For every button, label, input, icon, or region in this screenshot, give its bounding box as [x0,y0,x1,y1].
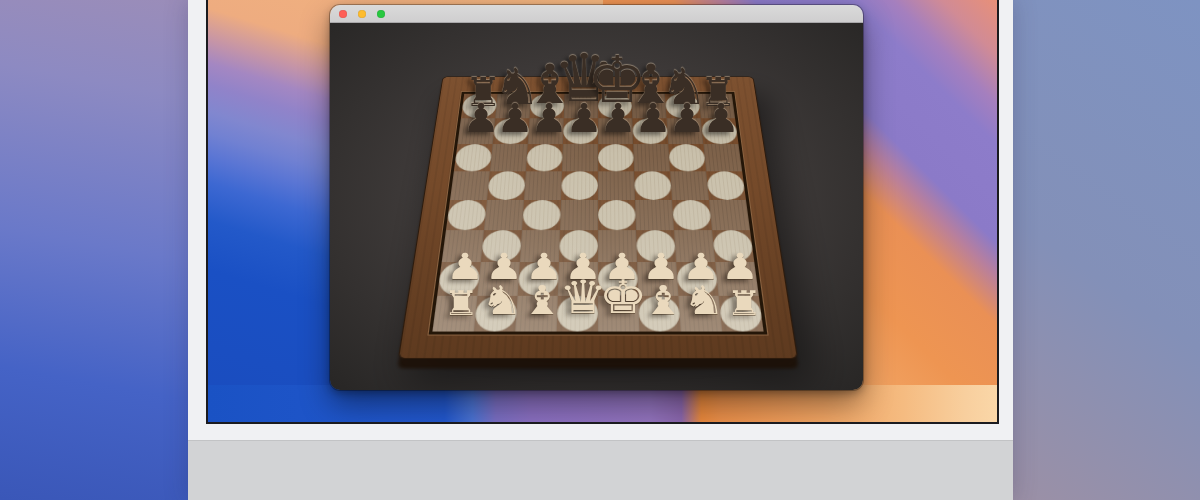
square-b5[interactable] [487,171,526,200]
square-g4[interactable] [672,200,712,230]
square-f4[interactable] [635,200,674,230]
square-d5[interactable] [561,171,598,200]
desktop: { "game": "chess", "app": { "name": "Che… [0,0,1200,500]
piece-black-pawn-g7[interactable]: ♟ [668,98,706,138]
piece-black-pawn-d7[interactable]: ♟ [565,98,603,138]
square-h5[interactable] [706,171,746,200]
window-titlebar[interactable] [330,5,863,23]
imac-display: ♜♞♝♛♚♝♞♜♟♟♟♟♟♟♟♟♟♟♟♟♟♟♟♟♜♞♝♛♚♝♞♜ [188,0,1013,500]
square-d4[interactable] [560,200,598,230]
square-g6[interactable] [668,144,706,171]
close-button[interactable] [339,10,347,18]
square-a5[interactable] [450,171,490,200]
piece-black-pawn-h7[interactable]: ♟ [702,98,740,138]
piece-black-pawn-e7[interactable]: ♟ [599,98,637,138]
square-h6[interactable] [703,144,742,171]
traffic-lights [339,10,385,18]
piece-white-bishop-c1[interactable]: ♝ [521,280,563,320]
square-d6[interactable] [562,144,598,171]
desktop-wallpaper: ♜♞♝♛♚♝♞♜♟♟♟♟♟♟♟♟♟♟♟♟♟♟♟♟♜♞♝♛♚♝♞♜ [208,0,997,422]
piece-white-knight-b1[interactable]: ♞ [481,280,523,320]
piece-white-rook-a1[interactable]: ♜ [443,286,479,320]
imac-chin [188,440,1013,500]
piece-white-king-e1[interactable]: ♚ [599,274,648,320]
piece-black-pawn-a7[interactable]: ♟ [462,98,500,138]
square-c5[interactable] [524,171,562,200]
square-b6[interactable] [490,144,528,171]
square-e4[interactable] [598,200,636,230]
minimize-button[interactable] [358,10,366,18]
square-e5[interactable] [598,171,635,200]
piece-black-pawn-f7[interactable]: ♟ [634,98,672,138]
chess-app-window: ♜♞♝♛♚♝♞♜♟♟♟♟♟♟♟♟♟♟♟♟♟♟♟♟♜♞♝♛♚♝♞♜ [330,5,863,390]
square-a6[interactable] [454,144,493,171]
square-e6[interactable] [598,144,634,171]
square-h4[interactable] [709,200,750,230]
piece-white-rook-h1[interactable]: ♜ [726,286,762,320]
square-g5[interactable] [670,171,709,200]
square-c6[interactable] [526,144,563,171]
imac-screen: ♜♞♝♛♚♝♞♜♟♟♟♟♟♟♟♟♟♟♟♟♟♟♟♟♜♞♝♛♚♝♞♜ [206,0,999,424]
square-c4[interactable] [522,200,561,230]
wallpaper-bottom-band [208,385,997,422]
piece-white-pawn-h2[interactable]: ♟ [721,249,759,285]
piece-black-pawn-c7[interactable]: ♟ [530,98,568,138]
piece-black-pawn-b7[interactable]: ♟ [496,98,534,138]
square-f6[interactable] [633,144,670,171]
square-b4[interactable] [484,200,524,230]
zoom-button[interactable] [377,10,385,18]
square-a4[interactable] [446,200,487,230]
piece-white-pawn-a2[interactable]: ♟ [446,249,484,285]
chess-3d-view: ♜♞♝♛♚♝♞♜♟♟♟♟♟♟♟♟♟♟♟♟♟♟♟♟♜♞♝♛♚♝♞♜ [330,23,863,390]
piece-white-bishop-f1[interactable]: ♝ [642,280,684,320]
square-f5[interactable] [634,171,672,200]
piece-white-knight-g1[interactable]: ♞ [683,280,725,320]
